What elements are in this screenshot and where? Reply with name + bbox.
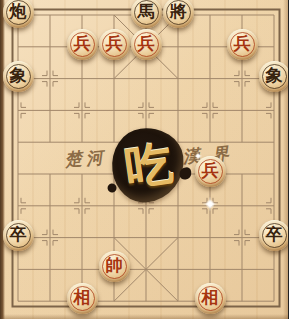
piece-glyph: 象 [10, 67, 27, 84]
piece-glyph: 兵 [74, 35, 91, 52]
river-label-chu-he: 河 [85, 149, 104, 168]
piece-glyph: 炮 [10, 3, 27, 20]
piece-red-soldier[interactable]: 兵 [227, 29, 258, 60]
xiangqi-board[interactable]: 吃 楚河漢界炮馬將象象卒卒兵兵兵兵兵帥相相 [0, 0, 288, 319]
river-label-chu-he: 楚 [64, 150, 83, 169]
piece-glyph: 兵 [106, 35, 123, 52]
piece-red-elephant[interactable]: 相 [195, 283, 226, 314]
piece-black-elephant[interactable]: 象 [259, 61, 289, 92]
move-hint-sparkle[interactable] [202, 196, 218, 212]
piece-black-soldier[interactable]: 卒 [3, 220, 34, 251]
piece-red-soldier[interactable]: 兵 [67, 29, 98, 60]
piece-glyph: 兵 [138, 35, 155, 52]
piece-glyph: 卒 [10, 226, 27, 243]
piece-black-soldier[interactable]: 卒 [259, 220, 289, 251]
piece-glyph: 象 [266, 67, 283, 84]
piece-glyph: 相 [202, 289, 219, 306]
piece-black-cannon[interactable]: 炮 [3, 0, 34, 28]
piece-black-elephant[interactable]: 象 [3, 61, 34, 92]
piece-glyph: 卒 [266, 226, 283, 243]
board-left-edge [0, 0, 5, 319]
piece-black-horse[interactable]: 馬 [131, 0, 162, 28]
piece-red-soldier[interactable]: 兵 [195, 156, 226, 187]
piece-red-general[interactable]: 帥 [99, 251, 130, 282]
move-hint-sparkle[interactable] [194, 152, 203, 161]
piece-glyph: 帥 [106, 257, 123, 274]
piece-black-general[interactable]: 將 [163, 0, 194, 28]
piece-glyph: 相 [74, 289, 91, 306]
piece-red-soldier[interactable]: 兵 [99, 29, 130, 60]
piece-glyph: 馬 [138, 3, 155, 20]
piece-red-elephant[interactable]: 相 [67, 283, 98, 314]
piece-red-soldier[interactable]: 兵 [131, 29, 162, 60]
piece-glyph: 兵 [202, 162, 219, 179]
piece-glyph: 將 [170, 3, 187, 20]
piece-glyph: 兵 [234, 35, 251, 52]
